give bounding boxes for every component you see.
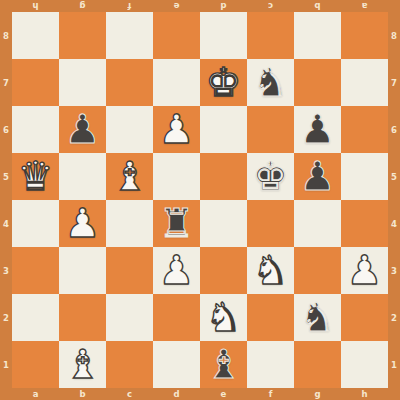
square-c7[interactable] [106,59,153,106]
square-d1[interactable] [153,341,200,388]
chess-board: ♚♞♟♟♟♛♝♚♟♟♜♟♞♟♞♞♝♝ [12,12,388,388]
coord-top-b: b [294,0,341,12]
white-pawn[interactable]: ♟ [65,203,101,243]
square-a5[interactable]: ♛ [12,153,59,200]
coord-top-c: c [247,0,294,12]
square-b8[interactable] [59,12,106,59]
square-b6[interactable]: ♟ [59,106,106,153]
coord-bottom-a: a [12,388,59,400]
coord-bottom-h: h [341,388,388,400]
square-e7[interactable]: ♚ [200,59,247,106]
square-b3[interactable] [59,247,106,294]
white-pawn[interactable]: ♟ [159,250,195,290]
square-g4[interactable] [294,200,341,247]
coord-left-1: 1 [0,341,12,388]
square-a2[interactable] [12,294,59,341]
black-rook[interactable]: ♜ [159,203,195,243]
square-c5[interactable]: ♝ [106,153,153,200]
white-knight[interactable]: ♞ [206,297,242,337]
coord-left-3: 3 [0,247,12,294]
square-c2[interactable] [106,294,153,341]
square-e3[interactable] [200,247,247,294]
coord-left-6: 6 [0,106,12,153]
square-a6[interactable] [12,106,59,153]
square-a1[interactable] [12,341,59,388]
coord-top-f: f [106,0,153,12]
square-b5[interactable] [59,153,106,200]
square-h1[interactable] [341,341,388,388]
coord-right-5: 5 [388,153,400,200]
square-f1[interactable] [247,341,294,388]
coord-left-4: 4 [0,200,12,247]
board-frame: ♚♞♟♟♟♛♝♚♟♟♜♟♞♟♞♞♝♝ hgfedcbaabcdefgh87654… [0,0,400,400]
square-g7[interactable] [294,59,341,106]
coord-left-8: 8 [0,12,12,59]
square-f8[interactable] [247,12,294,59]
square-g8[interactable] [294,12,341,59]
coord-bottom-f: f [247,388,294,400]
square-d5[interactable] [153,153,200,200]
square-a7[interactable] [12,59,59,106]
square-c6[interactable] [106,106,153,153]
coord-bottom-d: d [153,388,200,400]
black-king[interactable]: ♚ [253,156,289,196]
square-c4[interactable] [106,200,153,247]
square-a8[interactable] [12,12,59,59]
coord-right-4: 4 [388,200,400,247]
square-f6[interactable] [247,106,294,153]
coord-left-7: 7 [0,59,12,106]
square-c8[interactable] [106,12,153,59]
white-bishop[interactable]: ♝ [65,344,101,384]
coord-bottom-e: e [200,388,247,400]
white-pawn[interactable]: ♟ [159,109,195,149]
coord-right-2: 2 [388,294,400,341]
black-knight[interactable]: ♞ [300,297,336,337]
square-h3[interactable]: ♟ [341,247,388,294]
square-h6[interactable] [341,106,388,153]
white-king[interactable]: ♚ [206,62,242,102]
square-h4[interactable] [341,200,388,247]
coord-right-8: 8 [388,12,400,59]
black-pawn[interactable]: ♟ [300,109,336,149]
white-queen[interactable]: ♛ [18,156,54,196]
square-e2[interactable]: ♞ [200,294,247,341]
square-d3[interactable]: ♟ [153,247,200,294]
square-c3[interactable] [106,247,153,294]
coord-bottom-b: b [59,388,106,400]
square-b1[interactable]: ♝ [59,341,106,388]
white-pawn[interactable]: ♟ [347,250,383,290]
square-b2[interactable] [59,294,106,341]
square-f3[interactable]: ♞ [247,247,294,294]
square-d7[interactable] [153,59,200,106]
black-pawn[interactable]: ♟ [65,109,101,149]
square-g3[interactable] [294,247,341,294]
square-h7[interactable] [341,59,388,106]
square-e8[interactable] [200,12,247,59]
coord-top-g: g [59,0,106,12]
coord-right-7: 7 [388,59,400,106]
coord-bottom-c: c [106,388,153,400]
square-d8[interactable] [153,12,200,59]
square-f5[interactable]: ♚ [247,153,294,200]
black-bishop[interactable]: ♝ [206,344,242,384]
coord-top-a: a [341,0,388,12]
square-g2[interactable]: ♞ [294,294,341,341]
square-a4[interactable] [12,200,59,247]
square-a3[interactable] [12,247,59,294]
coord-left-5: 5 [0,153,12,200]
square-b7[interactable] [59,59,106,106]
coord-right-1: 1 [388,341,400,388]
square-c1[interactable] [106,341,153,388]
coord-top-d: d [200,0,247,12]
square-f2[interactable] [247,294,294,341]
square-d6[interactable]: ♟ [153,106,200,153]
square-f7[interactable]: ♞ [247,59,294,106]
square-f4[interactable] [247,200,294,247]
coord-right-6: 6 [388,106,400,153]
square-h8[interactable] [341,12,388,59]
coord-right-3: 3 [388,247,400,294]
white-bishop[interactable]: ♝ [112,156,148,196]
coord-left-2: 2 [0,294,12,341]
square-e5[interactable] [200,153,247,200]
square-h5[interactable] [341,153,388,200]
square-e6[interactable] [200,106,247,153]
square-g5[interactable]: ♟ [294,153,341,200]
coord-top-h: h [12,0,59,12]
square-e1[interactable]: ♝ [200,341,247,388]
square-h2[interactable] [341,294,388,341]
coord-bottom-g: g [294,388,341,400]
square-e4[interactable] [200,200,247,247]
square-d4[interactable]: ♜ [153,200,200,247]
square-g6[interactable]: ♟ [294,106,341,153]
black-knight[interactable]: ♞ [253,62,289,102]
white-knight[interactable]: ♞ [253,250,289,290]
square-d2[interactable] [153,294,200,341]
square-b4[interactable]: ♟ [59,200,106,247]
black-pawn[interactable]: ♟ [300,156,336,196]
coord-top-e: e [153,0,200,12]
square-g1[interactable] [294,341,341,388]
